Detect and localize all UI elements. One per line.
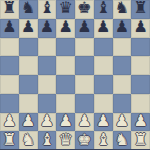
piece-black-pawn[interactable]: ♟ — [40, 19, 54, 35]
square-b3[interactable] — [19, 94, 38, 113]
square-g5[interactable] — [113, 56, 132, 75]
square-f5[interactable] — [94, 56, 113, 75]
square-a7[interactable]: ♟ — [0, 19, 19, 38]
square-b6[interactable] — [19, 38, 38, 57]
square-a3[interactable] — [0, 94, 19, 113]
square-g8[interactable]: ♞ — [113, 0, 132, 19]
piece-black-pawn[interactable]: ♟ — [133, 19, 147, 35]
square-g4[interactable] — [113, 75, 132, 94]
square-c6[interactable] — [38, 38, 57, 57]
square-c2[interactable]: ♟ — [38, 113, 57, 132]
square-d1[interactable]: ♛ — [56, 131, 75, 150]
square-g6[interactable] — [113, 38, 132, 57]
piece-white-pawn[interactable]: ♟ — [133, 113, 147, 129]
square-c4[interactable] — [38, 75, 57, 94]
piece-black-king[interactable]: ♚ — [77, 0, 91, 16]
square-e6[interactable] — [75, 38, 94, 57]
piece-white-rook[interactable]: ♜ — [2, 132, 16, 148]
square-f2[interactable]: ♟ — [94, 113, 113, 132]
square-e5[interactable] — [75, 56, 94, 75]
square-d5[interactable] — [56, 56, 75, 75]
square-e7[interactable]: ♟ — [75, 19, 94, 38]
piece-white-bishop[interactable]: ♝ — [96, 132, 110, 148]
square-a2[interactable]: ♟ — [0, 113, 19, 132]
piece-white-pawn[interactable]: ♟ — [77, 113, 91, 129]
square-e2[interactable]: ♟ — [75, 113, 94, 132]
square-d8[interactable]: ♛ — [56, 0, 75, 19]
piece-black-bishop[interactable]: ♝ — [40, 0, 54, 16]
square-f3[interactable] — [94, 94, 113, 113]
square-a4[interactable] — [0, 75, 19, 94]
square-g3[interactable] — [113, 94, 132, 113]
square-d7[interactable]: ♟ — [56, 19, 75, 38]
piece-black-knight[interactable]: ♞ — [21, 0, 35, 16]
square-f7[interactable]: ♟ — [94, 19, 113, 38]
piece-white-knight[interactable]: ♞ — [21, 132, 35, 148]
square-h5[interactable] — [131, 56, 150, 75]
square-g2[interactable]: ♟ — [113, 113, 132, 132]
square-h3[interactable] — [131, 94, 150, 113]
chess-board-frame: ♜♞♝♛♚♝♞♜♟♟♟♟♟♟♟♟♟♟♟♟♟♟♟♟♜♞♝♛♚♝♞♜ — [0, 0, 150, 150]
piece-black-knight[interactable]: ♞ — [115, 0, 129, 16]
square-a1[interactable]: ♜ — [0, 131, 19, 150]
square-h2[interactable]: ♟ — [131, 113, 150, 132]
square-f8[interactable]: ♝ — [94, 0, 113, 19]
square-b1[interactable]: ♞ — [19, 131, 38, 150]
piece-white-rook[interactable]: ♜ — [133, 132, 147, 148]
piece-black-pawn[interactable]: ♟ — [21, 19, 35, 35]
piece-white-king[interactable]: ♚ — [77, 132, 91, 148]
square-c7[interactable]: ♟ — [38, 19, 57, 38]
piece-black-pawn[interactable]: ♟ — [58, 19, 72, 35]
piece-white-pawn[interactable]: ♟ — [40, 113, 54, 129]
piece-white-pawn[interactable]: ♟ — [2, 113, 16, 129]
square-g1[interactable]: ♞ — [113, 131, 132, 150]
square-d2[interactable]: ♟ — [56, 113, 75, 132]
square-e3[interactable] — [75, 94, 94, 113]
square-a5[interactable] — [0, 56, 19, 75]
square-h6[interactable] — [131, 38, 150, 57]
piece-black-pawn[interactable]: ♟ — [115, 19, 129, 35]
piece-white-pawn[interactable]: ♟ — [96, 113, 110, 129]
square-c5[interactable] — [38, 56, 57, 75]
square-d6[interactable] — [56, 38, 75, 57]
piece-white-knight[interactable]: ♞ — [115, 132, 129, 148]
square-e1[interactable]: ♚ — [75, 131, 94, 150]
square-f6[interactable] — [94, 38, 113, 57]
piece-black-rook[interactable]: ♜ — [133, 0, 147, 16]
square-d3[interactable] — [56, 94, 75, 113]
square-h4[interactable] — [131, 75, 150, 94]
square-c1[interactable]: ♝ — [38, 131, 57, 150]
square-e8[interactable]: ♚ — [75, 0, 94, 19]
piece-white-queen[interactable]: ♛ — [58, 132, 72, 148]
piece-black-bishop[interactable]: ♝ — [96, 0, 110, 16]
piece-black-queen[interactable]: ♛ — [58, 0, 72, 16]
square-g7[interactable]: ♟ — [113, 19, 132, 38]
piece-white-bishop[interactable]: ♝ — [40, 132, 54, 148]
square-f1[interactable]: ♝ — [94, 131, 113, 150]
square-e4[interactable] — [75, 75, 94, 94]
square-c3[interactable] — [38, 94, 57, 113]
piece-black-pawn[interactable]: ♟ — [96, 19, 110, 35]
square-d4[interactable] — [56, 75, 75, 94]
square-h7[interactable]: ♟ — [131, 19, 150, 38]
piece-white-pawn[interactable]: ♟ — [115, 113, 129, 129]
square-f4[interactable] — [94, 75, 113, 94]
piece-white-pawn[interactable]: ♟ — [21, 113, 35, 129]
piece-black-pawn[interactable]: ♟ — [2, 19, 16, 35]
square-b5[interactable] — [19, 56, 38, 75]
square-b2[interactable]: ♟ — [19, 113, 38, 132]
square-a8[interactable]: ♜ — [0, 0, 19, 19]
piece-white-pawn[interactable]: ♟ — [58, 113, 72, 129]
chess-board: ♜♞♝♛♚♝♞♜♟♟♟♟♟♟♟♟♟♟♟♟♟♟♟♟♜♞♝♛♚♝♞♜ — [0, 0, 150, 150]
square-b4[interactable] — [19, 75, 38, 94]
square-b8[interactable]: ♞ — [19, 0, 38, 19]
piece-black-rook[interactable]: ♜ — [2, 0, 16, 16]
square-a6[interactable] — [0, 38, 19, 57]
square-c8[interactable]: ♝ — [38, 0, 57, 19]
square-b7[interactable]: ♟ — [19, 19, 38, 38]
piece-black-pawn[interactable]: ♟ — [77, 19, 91, 35]
square-h1[interactable]: ♜ — [131, 131, 150, 150]
square-h8[interactable]: ♜ — [131, 0, 150, 19]
